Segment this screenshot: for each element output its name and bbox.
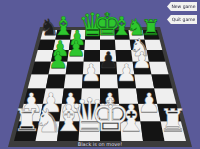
white-pawn-f4[interactable]: ♟: [116, 62, 137, 86]
board-square-a4[interactable]: [28, 74, 49, 88]
white-bishop-f1[interactable]: ♝: [115, 101, 148, 137]
black-pawn-c6[interactable]: ♟: [66, 38, 85, 60]
new-game-button-label: New game: [171, 4, 195, 9]
black-pawn-b5[interactable]: ♟: [48, 49, 68, 72]
board-square-g4[interactable]: [134, 74, 154, 88]
quit-game-button-label: Quit game: [172, 17, 196, 22]
board-square-h4[interactable]: [151, 74, 172, 88]
game-window: ♞♝♛♚♝♞♜♟♟♟♟♟♞♟♟♟♟♟♟♟♟♜♞♝♛♚♝♜ New game Qu…: [0, 0, 200, 149]
white-pawn-d4[interactable]: ♟: [81, 62, 102, 86]
quit-game-button[interactable]: Quit game: [167, 15, 197, 24]
white-rook-h1[interactable]: ♜: [159, 105, 187, 136]
board-square-b4[interactable]: [46, 74, 66, 88]
new-game-button[interactable]: New game: [167, 2, 197, 11]
